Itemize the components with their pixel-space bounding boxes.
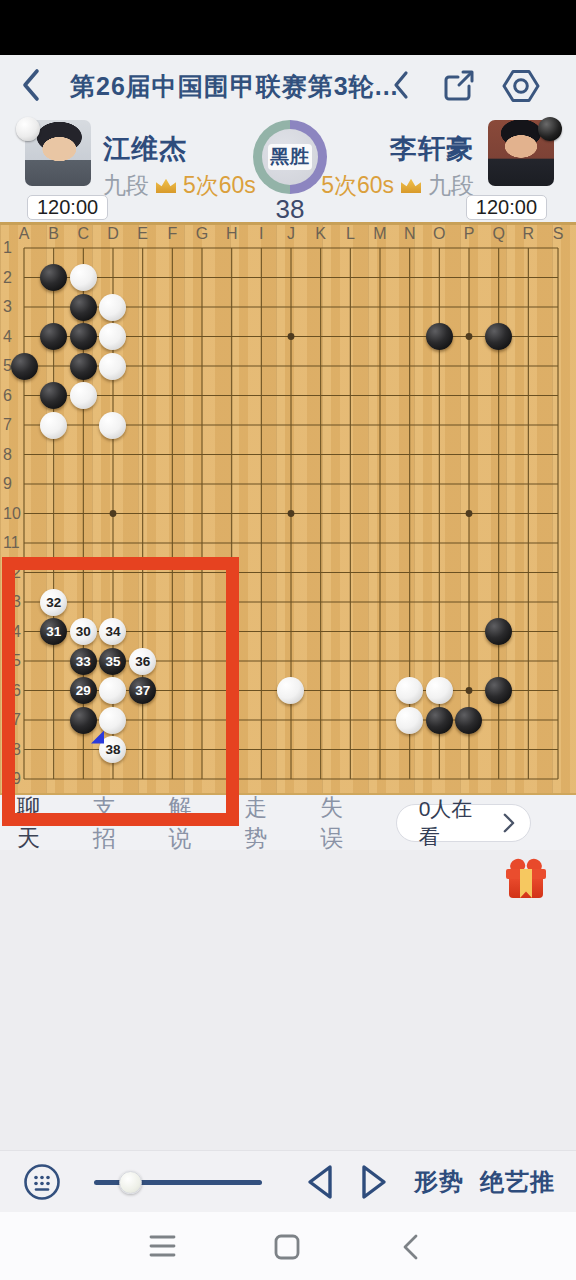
white-stone-badge-icon	[16, 117, 40, 141]
prev-move-button[interactable]	[304, 1162, 334, 1206]
stone-D7	[99, 412, 126, 439]
stone-C5	[70, 353, 97, 380]
white-player-clock: 120:00	[27, 195, 108, 220]
header: 第26届中国围甲联赛第3轮...	[0, 55, 576, 115]
stone-J16	[277, 677, 304, 704]
status-bar	[0, 0, 576, 55]
highlight-box	[2, 557, 239, 826]
stone-D5	[99, 353, 126, 380]
winrate-donut: 黑胜	[253, 120, 327, 194]
winrate-donut-inner: 黑胜	[262, 129, 318, 185]
settings-icon[interactable]	[500, 68, 542, 108]
black-player-rank-row: 5次60s 九段	[321, 170, 474, 201]
stone-O16	[426, 677, 453, 704]
stone-D4	[99, 323, 126, 350]
stone-A5	[11, 353, 38, 380]
stone-Q14	[485, 618, 512, 645]
stone-C4	[70, 323, 97, 350]
stone-Q16	[485, 677, 512, 704]
white-player-byoyomi: 5次60s	[183, 170, 256, 201]
stone-C6	[70, 382, 97, 409]
stone-B7	[40, 412, 67, 439]
white-player-rank: 九段	[103, 170, 149, 201]
viewers-pill[interactable]: 0人在看	[396, 804, 531, 842]
keyboard-icon[interactable]	[22, 1162, 62, 1206]
tab-mistakes[interactable]: 失误	[320, 792, 363, 854]
chat-area	[0, 850, 576, 1150]
stone-B4	[40, 323, 67, 350]
black-player-byoyomi: 5次60s	[321, 170, 394, 201]
gift-icon[interactable]	[506, 858, 546, 900]
stone-B6	[40, 382, 67, 409]
crown-icon	[401, 178, 421, 193]
tab-trend[interactable]: 走势	[244, 792, 287, 854]
stone-D3	[99, 294, 126, 321]
stone-Q4	[485, 323, 512, 350]
next-move-button[interactable]	[360, 1162, 390, 1206]
crown-icon	[156, 178, 176, 193]
nav-home-icon[interactable]	[274, 1234, 300, 1264]
stone-C2	[70, 264, 97, 291]
page-title: 第26届中国围甲联赛第3轮...	[70, 70, 399, 103]
android-navbar	[0, 1212, 576, 1280]
black-stone-badge-icon	[538, 117, 562, 141]
viewers-count: 0人在看	[419, 795, 487, 851]
stone-O17	[426, 707, 453, 734]
stone-O4	[426, 323, 453, 350]
white-player-rank-row: 九段 5次60s	[103, 170, 256, 201]
collapse-chevron-icon[interactable]	[392, 70, 410, 104]
result-badge: 黑胜	[268, 144, 312, 170]
nav-menu-icon[interactable]	[149, 1234, 176, 1262]
black-player-name: 李轩豪	[390, 131, 474, 167]
control-bar: 形势 绝艺推荐	[0, 1150, 576, 1212]
move-slider-knob[interactable]	[119, 1171, 142, 1194]
black-player-clock: 120:00	[466, 195, 547, 220]
nav-back-icon[interactable]	[401, 1233, 419, 1265]
move-number: 38	[253, 194, 327, 225]
players-bar: 江维杰 九段 5次60s 120:00 黑胜 38 李轩豪 5次60s 九段 1…	[0, 115, 576, 222]
stone-P17	[455, 707, 482, 734]
territory-button[interactable]: 形势	[414, 1151, 464, 1213]
stone-B2	[40, 264, 67, 291]
chevron-right-icon	[503, 812, 515, 834]
stone-N16	[396, 677, 423, 704]
stone-C3	[70, 294, 97, 321]
stone-N17	[396, 707, 423, 734]
share-icon[interactable]	[440, 68, 478, 108]
white-player-name: 江维杰	[103, 131, 187, 167]
ai-suggest-button[interactable]: 绝艺推荐	[480, 1151, 576, 1213]
app-screen: 第26届中国围甲联赛第3轮... 江维杰 九段 5次60s 120:00	[0, 0, 576, 1280]
back-button[interactable]	[20, 68, 42, 106]
